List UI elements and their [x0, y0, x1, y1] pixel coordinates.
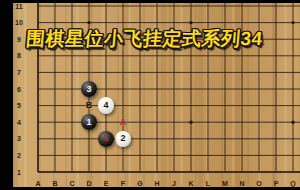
- coordinate-number: 1: [13, 168, 25, 177]
- coordinate-number: 9: [13, 35, 25, 44]
- stone-white-4: 4: [98, 97, 115, 114]
- coordinate-number: 8: [13, 51, 25, 60]
- coordinate-number: 5: [13, 101, 25, 110]
- coordinate-number: 7: [13, 68, 25, 77]
- star-point: [291, 121, 294, 124]
- stone-number: 1: [86, 118, 91, 127]
- continuation-marker-A: A: [116, 117, 130, 128]
- stone-number: 2: [120, 134, 125, 143]
- stone-number: 5: [103, 134, 108, 143]
- video-title: 围棋星位小飞挂定式系列34: [25, 26, 264, 52]
- star-point: [87, 21, 90, 24]
- continuation-marker-B: B: [82, 100, 96, 111]
- stone-number: 3: [86, 85, 91, 94]
- letterbox-bar-bottom: [0, 187, 300, 190]
- video-frame: ABCDEFGHJKLMNOPQ1234567891011 12345 AB 围…: [0, 0, 300, 190]
- letterbox-bar-left: [0, 0, 13, 190]
- star-point: [189, 21, 192, 24]
- star-point: [189, 121, 192, 124]
- coordinate-number: 10: [13, 18, 25, 27]
- coordinate-number: 3: [13, 134, 25, 143]
- coordinate-number: 2: [13, 151, 25, 160]
- coordinate-number: 4: [13, 118, 25, 127]
- coordinate-number: 6: [13, 85, 25, 94]
- letterbox-bar-top: [0, 0, 300, 3]
- star-point: [291, 21, 294, 24]
- stone-number: 4: [103, 101, 108, 110]
